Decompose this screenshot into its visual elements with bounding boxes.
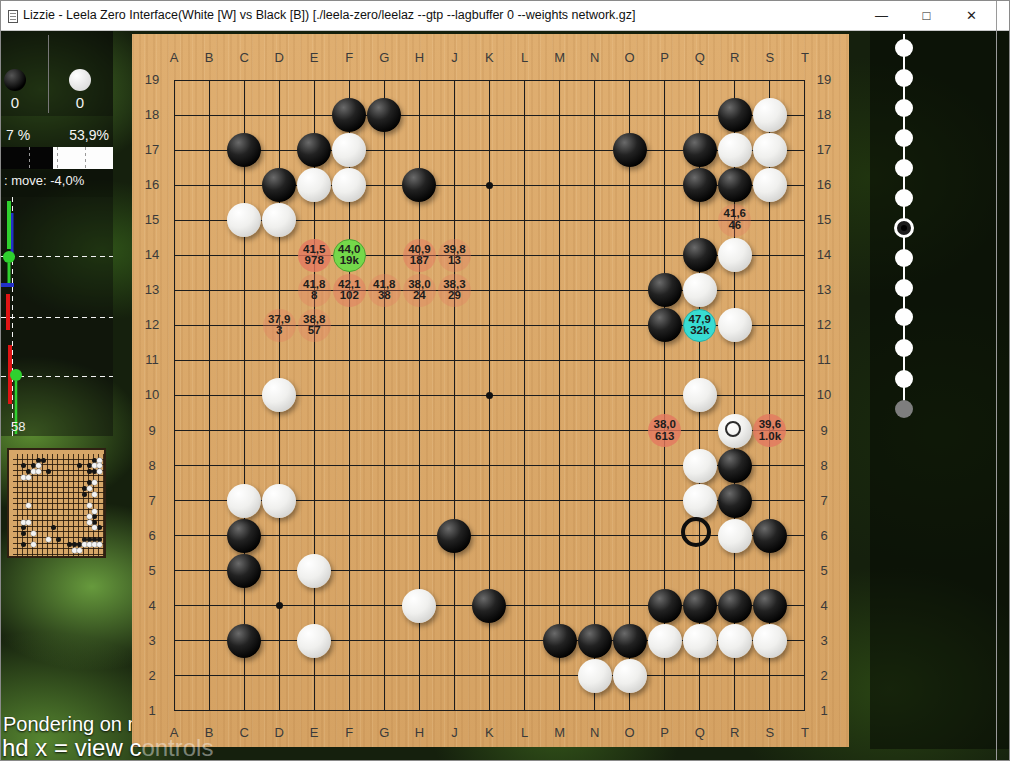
coord-letter-bottom: Q xyxy=(692,725,708,740)
coord-letter-top: R xyxy=(727,50,743,65)
winrate-graph[interactable]: 58 xyxy=(1,197,113,436)
stone-white-S17[interactable] xyxy=(753,133,787,167)
grid-line-horizontal xyxy=(174,675,805,676)
coord-letter-bottom: O xyxy=(622,725,638,740)
coord-number-left: 4 xyxy=(140,598,164,613)
coord-number-left: 18 xyxy=(140,107,164,122)
black-winrate-label: 7 % xyxy=(6,127,30,143)
coord-number-left: 19 xyxy=(140,72,164,87)
stone-white-Q13[interactable] xyxy=(683,273,717,307)
coord-letter-bottom: M xyxy=(552,725,568,740)
star-point-K16 xyxy=(486,182,493,189)
coord-letter-bottom: P xyxy=(657,725,673,740)
stone-white-F17[interactable] xyxy=(332,133,366,167)
minimize-button[interactable]: — xyxy=(859,1,904,31)
close-button[interactable]: ✕ xyxy=(949,1,994,31)
mini-stone-H16 xyxy=(46,469,51,474)
coord-letter-top: C xyxy=(236,50,252,65)
move-tree-node-13[interactable] xyxy=(895,400,913,418)
graph-move-number: 58 xyxy=(11,419,25,434)
coord-number-right: 9 xyxy=(812,423,836,438)
status-line-controls: hd x = view controls xyxy=(2,734,213,761)
stone-white-R17[interactable] xyxy=(718,133,752,167)
stone-black-Q14[interactable] xyxy=(683,238,717,272)
stone-black-S6[interactable] xyxy=(753,519,787,553)
mini-stone-S4 xyxy=(97,537,102,542)
mini-stone-C17 xyxy=(21,463,26,468)
winrate-bar xyxy=(1,147,113,169)
right-edge-line xyxy=(996,1,997,761)
mini-stone-R9 xyxy=(92,509,97,514)
status-line2-faded: ontrols xyxy=(141,734,213,761)
coord-number-left: 7 xyxy=(140,493,164,508)
coord-number-right: 2 xyxy=(812,668,836,683)
coord-number-left: 9 xyxy=(140,423,164,438)
mini-stone-D15 xyxy=(26,475,31,480)
coord-letter-bottom: S xyxy=(762,725,778,740)
candidate-move-D12[interactable]: 37,93 xyxy=(263,309,296,342)
candidate-move-J14[interactable]: 39,813 xyxy=(438,239,471,272)
candidate-visits: 24 xyxy=(413,290,426,302)
winrate-bar-black xyxy=(1,147,53,169)
candidate-visits: 102 xyxy=(340,290,359,302)
stone-white-O2[interactable] xyxy=(613,659,647,693)
grid-line-vertical xyxy=(804,80,805,711)
coord-letter-top: P xyxy=(657,50,673,65)
mini-stone-R7 xyxy=(92,520,97,525)
stone-black-S4[interactable] xyxy=(753,589,787,623)
candidate-move-E13[interactable]: 41,88 xyxy=(298,274,331,307)
mini-stone-S3 xyxy=(97,542,102,547)
stone-black-O17[interactable] xyxy=(613,133,647,167)
stone-black-P4[interactable] xyxy=(648,589,682,623)
mini-stone-Q8 xyxy=(87,514,92,519)
mini-stone-J6 xyxy=(51,525,56,530)
mini-stone-Q7 xyxy=(87,520,92,525)
mini-stone-K4 xyxy=(56,537,61,542)
grid-line-horizontal xyxy=(174,430,805,431)
mini-stone-S16 xyxy=(97,469,102,474)
candidate-move-F14[interactable]: 44,019k xyxy=(333,239,366,272)
thumbnail-board[interactable] xyxy=(7,448,106,558)
stone-white-D15[interactable] xyxy=(262,203,296,237)
coord-number-left: 16 xyxy=(140,177,164,192)
stone-white-E3[interactable] xyxy=(297,624,331,658)
coord-letter-bottom: J xyxy=(446,725,462,740)
move-tree-node-3[interactable] xyxy=(895,99,913,117)
mini-stone-N3 xyxy=(72,542,77,547)
stone-white-H4[interactable] xyxy=(402,589,436,623)
coord-number-left: 5 xyxy=(140,563,164,578)
coord-number-right: 1 xyxy=(812,703,836,718)
candidate-visits: 38 xyxy=(378,290,391,302)
grid-line-vertical xyxy=(629,80,630,711)
coord-number-right: 15 xyxy=(812,212,836,227)
candidate-winrate: 38,0 xyxy=(653,419,675,431)
candidate-move-E14[interactable]: 41,5978 xyxy=(298,239,331,272)
status-line2-solid: hd x = view c xyxy=(2,734,141,761)
mini-stone-R6 xyxy=(92,525,97,530)
candidate-move-F13[interactable]: 42,1102 xyxy=(333,274,366,307)
move-tree-node-current[interactable] xyxy=(894,218,914,238)
app-icon xyxy=(8,10,18,23)
coord-letter-top: J xyxy=(446,50,462,65)
stone-white-R3[interactable] xyxy=(718,624,752,658)
stone-white-E16[interactable] xyxy=(297,168,331,202)
mini-stone-C6 xyxy=(21,525,26,530)
stone-black-C17[interactable] xyxy=(227,133,261,167)
mini-stone-Q13 xyxy=(87,486,92,491)
stone-black-P12[interactable] xyxy=(648,308,682,342)
candidate-move-E12[interactable]: 38,857 xyxy=(298,309,331,342)
coord-number-right: 8 xyxy=(812,458,836,473)
coord-number-right: 6 xyxy=(812,528,836,543)
stone-white-C7[interactable] xyxy=(227,484,261,518)
coord-letter-top: N xyxy=(587,50,603,65)
coord-number-right: 18 xyxy=(812,107,836,122)
mini-stone-F16 xyxy=(36,469,41,474)
candidate-visits: 46 xyxy=(728,220,741,232)
stone-white-R12[interactable] xyxy=(718,308,752,342)
coord-letter-top: L xyxy=(517,50,533,65)
mini-stone-O2 xyxy=(77,548,82,553)
captures-panel: 0 0 xyxy=(1,31,113,116)
move-tree-node-4[interactable] xyxy=(895,129,913,147)
stone-black-E17[interactable] xyxy=(297,133,331,167)
stone-black-R16[interactable] xyxy=(718,168,752,202)
mini-stone-Q14 xyxy=(87,480,92,485)
coord-letter-bottom: F xyxy=(341,725,357,740)
coord-number-left: 12 xyxy=(140,317,164,332)
move-tree-panel[interactable] xyxy=(870,31,1010,749)
window-title: Lizzie - Leela Zero Interface(White [W] … xyxy=(23,8,636,22)
coord-letter-top: O xyxy=(622,50,638,65)
mini-stone-G18 xyxy=(41,458,46,463)
mini-stone-Q3 xyxy=(87,542,92,547)
stone-white-C15[interactable] xyxy=(227,203,261,237)
move-tree-node-11[interactable] xyxy=(895,339,913,357)
grid-line-horizontal xyxy=(174,710,805,711)
candidate-visits: 13 xyxy=(448,255,461,267)
candidate-move-R15[interactable]: 41,646 xyxy=(718,204,751,237)
last-move-marker-R9 xyxy=(725,421,741,437)
candidate-move-Q12[interactable]: 47,932k xyxy=(683,309,716,342)
black-stone-icon xyxy=(4,69,26,91)
candidate-move-G13[interactable]: 41,838 xyxy=(368,274,401,307)
winrate-tick-25 xyxy=(29,147,30,169)
coord-letter-bottom: H xyxy=(411,725,427,740)
coord-letter-bottom: T xyxy=(797,725,813,740)
move-tree-node-6[interactable] xyxy=(895,189,913,207)
black-captures-count: 0 xyxy=(4,94,26,111)
stone-white-Q7[interactable] xyxy=(683,484,717,518)
stone-black-R8[interactable] xyxy=(718,449,752,483)
mini-stone-C5 xyxy=(21,531,26,536)
coord-number-left: 6 xyxy=(140,528,164,543)
mini-stone-S17 xyxy=(97,463,102,468)
coord-number-left: 15 xyxy=(140,212,164,227)
candidate-visits: 187 xyxy=(410,255,429,267)
mini-stone-R14 xyxy=(92,480,97,485)
coord-letter-bottom: G xyxy=(376,725,392,740)
coord-number-left: 8 xyxy=(140,458,164,473)
candidate-winrate: 39,6 xyxy=(759,419,781,431)
mini-stone-R8 xyxy=(92,514,97,519)
candidate-move-J13[interactable]: 38,329 xyxy=(438,274,471,307)
stone-black-C5[interactable] xyxy=(227,554,261,588)
coord-number-right: 16 xyxy=(812,177,836,192)
mini-stone-Q10 xyxy=(87,503,92,508)
stone-black-F18[interactable] xyxy=(332,98,366,132)
coord-letter-top: Q xyxy=(692,50,708,65)
star-point-D4 xyxy=(276,602,283,609)
stone-white-S18[interactable] xyxy=(753,98,787,132)
go-board[interactable]: AABBCCDDEEFFGGHHJJKKLLMMNNOOPPQQRRSSTT19… xyxy=(132,34,849,747)
status-line-pondering: Pondering on ne xyxy=(3,713,150,736)
stone-white-F16[interactable] xyxy=(332,168,366,202)
stone-white-R6[interactable] xyxy=(718,519,752,553)
mini-stone-M3 xyxy=(67,542,72,547)
candidate-visits: 32k xyxy=(690,325,709,337)
stone-white-P3[interactable] xyxy=(648,624,682,658)
stone-black-Q4[interactable] xyxy=(683,589,717,623)
coord-letter-top: D xyxy=(271,50,287,65)
coord-letter-top: E xyxy=(306,50,322,65)
white-winrate-label: 53,9% xyxy=(69,127,109,143)
coord-number-right: 12 xyxy=(812,317,836,332)
stone-black-Q17[interactable] xyxy=(683,133,717,167)
mini-stone-D7 xyxy=(26,520,31,525)
coord-number-right: 11 xyxy=(812,352,836,367)
grid-line-vertical xyxy=(594,80,595,711)
titlebar[interactable]: Lizzie - Leela Zero Interface(White [W] … xyxy=(1,1,1009,31)
candidate-move-S9[interactable]: 39,61.0k xyxy=(753,414,786,447)
mini-stone-N2 xyxy=(72,548,77,553)
stone-black-R18[interactable] xyxy=(718,98,752,132)
next-move-marker-Q6 xyxy=(681,517,711,547)
mini-stone-P3 xyxy=(82,542,87,547)
stone-white-Q3[interactable] xyxy=(683,624,717,658)
mini-stone-O17 xyxy=(77,463,82,468)
stone-black-C3[interactable] xyxy=(227,624,261,658)
mini-stone-R12 xyxy=(92,492,97,497)
mini-stone-E3 xyxy=(31,542,36,547)
coord-letter-bottom: K xyxy=(481,725,497,740)
white-captures-count: 0 xyxy=(69,94,91,111)
stone-white-Q10[interactable] xyxy=(683,378,717,412)
mini-stone-H4 xyxy=(46,537,51,542)
stone-black-N3[interactable] xyxy=(578,624,612,658)
move-tree-node-1[interactable] xyxy=(895,39,913,57)
candidate-visits: 978 xyxy=(305,255,324,267)
stone-black-J6[interactable] xyxy=(437,519,471,553)
stone-black-M3[interactable] xyxy=(543,624,577,658)
coord-number-left: 3 xyxy=(140,633,164,648)
coord-letter-top: T xyxy=(797,50,813,65)
move-tree-node-2[interactable] xyxy=(895,69,913,87)
stone-white-D7[interactable] xyxy=(262,484,296,518)
coord-number-right: 19 xyxy=(812,72,836,87)
stone-black-O3[interactable] xyxy=(613,624,647,658)
candidate-visits: 3 xyxy=(276,325,282,337)
coord-number-left: 13 xyxy=(140,282,164,297)
stone-black-R4[interactable] xyxy=(718,589,752,623)
coord-letter-bottom: C xyxy=(236,725,252,740)
mini-stone-O3 xyxy=(77,542,82,547)
move-tree-node-9[interactable] xyxy=(895,279,913,297)
stone-black-K4[interactable] xyxy=(472,589,506,623)
coord-letter-top: S xyxy=(762,50,778,65)
coord-number-right: 4 xyxy=(812,598,836,613)
candidate-move-H13[interactable]: 38,024 xyxy=(403,274,436,307)
coord-letter-bottom: N xyxy=(587,725,603,740)
mini-stone-P12 xyxy=(82,492,87,497)
mini-stone-C3 xyxy=(21,542,26,547)
candidate-visits: 613 xyxy=(655,431,674,443)
mini-stone-P4 xyxy=(82,537,87,542)
stone-black-G18[interactable] xyxy=(367,98,401,132)
mini-stone-Q17 xyxy=(87,463,92,468)
mini-stone-D10 xyxy=(26,503,31,508)
mini-stone-S18 xyxy=(97,458,102,463)
candidate-visits: 8 xyxy=(311,290,317,302)
coord-letter-top: A xyxy=(166,50,182,65)
stone-black-P13[interactable] xyxy=(648,273,682,307)
coord-number-right: 10 xyxy=(812,387,836,402)
winrate-graph-curve xyxy=(1,197,113,436)
stone-black-Q16[interactable] xyxy=(683,168,717,202)
coord-number-right: 13 xyxy=(812,282,836,297)
coord-letter-top: F xyxy=(341,50,357,65)
stone-white-E5[interactable] xyxy=(297,554,331,588)
mini-stone-S6 xyxy=(97,525,102,530)
mini-stone-E5 xyxy=(31,531,36,536)
grid-line-vertical xyxy=(524,80,525,711)
winrate-tick-50 xyxy=(57,147,58,169)
candidate-move-H14[interactable]: 40,9187 xyxy=(403,239,436,272)
coord-number-right: 14 xyxy=(812,247,836,262)
coord-number-left: 10 xyxy=(140,387,164,402)
coord-number-right: 17 xyxy=(812,142,836,157)
stone-white-S3[interactable] xyxy=(753,624,787,658)
candidate-visits: 1.0k xyxy=(759,431,781,443)
coord-letter-top: G xyxy=(376,50,392,65)
coord-letter-top: H xyxy=(411,50,427,65)
coord-letter-top: B xyxy=(201,50,217,65)
coord-number-left: 14 xyxy=(140,247,164,262)
move-tree-node-8[interactable] xyxy=(895,249,913,267)
stone-black-D16[interactable] xyxy=(262,168,296,202)
stone-white-R14[interactable] xyxy=(718,238,752,272)
white-stone-icon xyxy=(69,69,91,91)
winrate-panel: 7 % 53,9% : move: -4,0% xyxy=(1,116,113,197)
candidate-visits: 19k xyxy=(340,255,359,267)
stone-black-R7[interactable] xyxy=(718,484,752,518)
star-point-K10 xyxy=(486,392,493,399)
coord-number-left: 2 xyxy=(140,668,164,683)
captures-separator xyxy=(48,35,49,113)
coord-letter-top: M xyxy=(552,50,568,65)
grid-line-vertical xyxy=(559,80,560,711)
grid-line-horizontal xyxy=(174,570,805,571)
coord-letter-bottom: R xyxy=(727,725,743,740)
coord-number-left: 17 xyxy=(140,142,164,157)
move-tree-node-10[interactable] xyxy=(895,308,913,326)
coord-letter-bottom: D xyxy=(271,725,287,740)
stone-black-H16[interactable] xyxy=(402,168,436,202)
maximize-button[interactable]: □ xyxy=(904,1,949,31)
mini-stone-F17 xyxy=(36,463,41,468)
coord-number-right: 5 xyxy=(812,563,836,578)
candidate-visits: 57 xyxy=(308,325,321,337)
stone-white-N2[interactable] xyxy=(578,659,612,693)
move-tree-node-12[interactable] xyxy=(895,370,913,388)
coord-number-left: 1 xyxy=(140,703,164,718)
candidate-visits: 29 xyxy=(448,290,461,302)
coord-number-left: 11 xyxy=(140,352,164,367)
candidate-move-P9[interactable]: 38,0613 xyxy=(648,414,681,447)
stone-white-D10[interactable] xyxy=(262,378,296,412)
stone-white-S16[interactable] xyxy=(753,168,787,202)
lizzie-window: Lizzie - Leela Zero Interface(White [W] … xyxy=(0,0,1010,761)
coord-number-right: 3 xyxy=(812,633,836,648)
move-tree-node-5[interactable] xyxy=(895,159,913,177)
coord-letter-top: K xyxy=(481,50,497,65)
coord-letter-bottom: E xyxy=(306,725,322,740)
mini-stone-P13 xyxy=(82,486,87,491)
stone-white-Q8[interactable] xyxy=(683,449,717,483)
coord-letter-bottom: L xyxy=(517,725,533,740)
stone-black-C6[interactable] xyxy=(227,519,261,553)
coord-number-right: 7 xyxy=(812,493,836,508)
move-delta-text: : move: -4,0% xyxy=(4,173,84,188)
winrate-tick-75 xyxy=(85,147,86,169)
